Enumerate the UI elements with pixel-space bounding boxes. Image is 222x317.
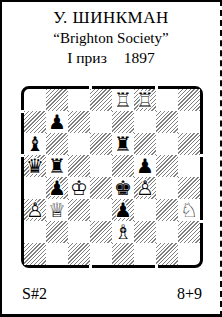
- square-g6: [156, 133, 178, 155]
- square-b5: ♜: [46, 155, 68, 177]
- square-h3: ♞♘: [178, 199, 200, 221]
- square-a7: [24, 111, 46, 133]
- problem-card: У. ШИНКМАН “Brighton Society” I приз 189…: [0, 0, 222, 317]
- source-name: “Brighton Society”: [2, 28, 220, 48]
- square-c2: [68, 221, 90, 243]
- square-h8: [178, 89, 200, 111]
- square-d6: [90, 133, 112, 155]
- square-g5: [156, 155, 178, 177]
- year-text: 1897: [124, 48, 155, 68]
- piece-white-p-f4: ♟♙: [134, 177, 156, 199]
- piece-white-n-h3: ♞♘: [178, 199, 200, 221]
- piece-white-r-e8: ♜♖: [112, 89, 134, 111]
- square-b3: ♛♕: [46, 199, 68, 221]
- square-g1: [156, 243, 178, 265]
- square-c5: [68, 155, 90, 177]
- square-e7: [112, 111, 134, 133]
- square-g7: [156, 111, 178, 133]
- square-d7: [90, 111, 112, 133]
- piece-black-b-a6: ♝: [24, 133, 46, 155]
- square-f8: ♜♖: [134, 89, 156, 111]
- header: У. ШИНКМАН “Brighton Society” I приз 189…: [2, 7, 220, 68]
- square-c7: [68, 111, 90, 133]
- piece-black-r-b5: ♜: [46, 155, 68, 177]
- square-a6: ♝: [24, 133, 46, 155]
- frame-tick: [89, 265, 92, 268]
- square-d1: [90, 243, 112, 265]
- square-h7: [178, 111, 200, 133]
- chess-board: ♜♖♜♖♟♝♜♛♜♟♟♚♔♚♟♙♟♙♛♕♟♞♘♝♗: [24, 89, 200, 265]
- piece-white-p-a3: ♟♙: [24, 199, 46, 221]
- square-b7: ♟: [46, 111, 68, 133]
- board-frame: ♜♖♜♖♟♝♜♛♜♟♟♚♔♚♟♙♟♙♛♕♟♞♘♝♗: [21, 86, 203, 268]
- square-b6: [46, 133, 68, 155]
- square-f3: [134, 199, 156, 221]
- square-e1: [112, 243, 134, 265]
- square-h4: [178, 177, 200, 199]
- square-g3: [156, 199, 178, 221]
- piece-white-q-b3: ♛♕: [46, 199, 68, 221]
- square-a3: ♟♙: [24, 199, 46, 221]
- square-c4: ♚♔: [68, 177, 90, 199]
- square-a1: [24, 243, 46, 265]
- piece-white-k-c4: ♚♔: [68, 177, 90, 199]
- square-a4: [24, 177, 46, 199]
- square-c6: [68, 133, 90, 155]
- award-text: I приз: [67, 48, 107, 68]
- square-b1: [46, 243, 68, 265]
- material-count-label: 8+9: [177, 284, 202, 304]
- square-e5: [112, 155, 134, 177]
- square-g4: [156, 177, 178, 199]
- award-line: I приз 1897: [2, 48, 220, 68]
- piece-black-p-e3: ♟: [112, 199, 134, 221]
- square-b8: [46, 89, 68, 111]
- square-e4: ♚: [112, 177, 134, 199]
- square-a5: ♛: [24, 155, 46, 177]
- piece-white-r-f8: ♜♖: [134, 89, 156, 111]
- square-f4: ♟♙: [134, 177, 156, 199]
- frame-tick: [21, 154, 24, 157]
- piece-black-q-a5: ♛: [24, 155, 46, 177]
- square-b4: ♟: [46, 177, 68, 199]
- square-g2: [156, 221, 178, 243]
- square-e2: ♝♗: [112, 221, 134, 243]
- author-name: У. ШИНКМАН: [2, 7, 220, 28]
- square-h2: [178, 221, 200, 243]
- square-a2: [24, 221, 46, 243]
- square-b2: [46, 221, 68, 243]
- frame-tick: [21, 110, 24, 113]
- square-d2: [90, 221, 112, 243]
- piece-white-b-e2: ♝♗: [112, 221, 134, 243]
- frame-tick: [155, 265, 158, 268]
- frame-tick: [89, 86, 92, 89]
- frame-tick: [155, 86, 158, 89]
- square-d3: [90, 199, 112, 221]
- square-c3: [68, 199, 90, 221]
- square-h6: [178, 133, 200, 155]
- square-f6: [134, 133, 156, 155]
- piece-black-p-b7: ♟: [46, 111, 68, 133]
- square-f2: [134, 221, 156, 243]
- stipulation-label: S#2: [22, 284, 47, 304]
- square-d5: [90, 155, 112, 177]
- square-e8: ♜♖: [112, 89, 134, 111]
- square-h1: [178, 243, 200, 265]
- square-d4: [90, 177, 112, 199]
- square-f5: ♟: [134, 155, 156, 177]
- square-c8: [68, 89, 90, 111]
- square-e3: ♟: [112, 199, 134, 221]
- square-e6: ♜: [112, 133, 134, 155]
- piece-black-r-e6: ♜: [112, 133, 134, 155]
- square-h5: [178, 155, 200, 177]
- caption: S#2 8+9: [22, 284, 202, 304]
- square-g8: [156, 89, 178, 111]
- square-f7: [134, 111, 156, 133]
- frame-tick: [200, 220, 203, 223]
- piece-black-k-e4: ♚: [112, 177, 134, 199]
- square-d8: [90, 89, 112, 111]
- frame-tick: [200, 154, 203, 157]
- square-a8: [24, 89, 46, 111]
- piece-black-p-b4: ♟: [46, 177, 68, 199]
- piece-black-p-f5: ♟: [134, 155, 156, 177]
- square-c1: [68, 243, 90, 265]
- square-f1: [134, 243, 156, 265]
